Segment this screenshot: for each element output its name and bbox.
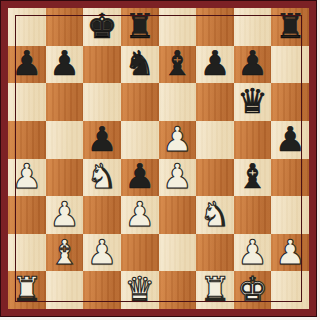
square-c4[interactable]: ♞	[83, 159, 121, 197]
square-h5[interactable]: ♟	[271, 121, 309, 159]
square-g6[interactable]: ♛	[234, 83, 272, 121]
black-pawn-f7[interactable]: ♟	[200, 46, 230, 80]
square-b2[interactable]: ♝	[46, 234, 84, 272]
white-pawn-g2[interactable]: ♟	[237, 235, 267, 269]
black-pawn-a7[interactable]: ♟	[12, 46, 42, 80]
white-pawn-b3[interactable]: ♟	[49, 197, 79, 231]
square-h1[interactable]	[271, 271, 309, 309]
square-b7[interactable]: ♟	[46, 46, 84, 84]
square-h4[interactable]	[271, 159, 309, 197]
square-c6[interactable]	[83, 83, 121, 121]
square-e4[interactable]: ♟	[159, 159, 197, 197]
square-d8[interactable]: ♜	[121, 8, 159, 46]
black-rook-h8[interactable]: ♜	[275, 9, 305, 43]
square-f2[interactable]	[196, 234, 234, 272]
square-f8[interactable]	[196, 8, 234, 46]
square-h6[interactable]	[271, 83, 309, 121]
square-f7[interactable]: ♟	[196, 46, 234, 84]
square-e7[interactable]: ♝	[159, 46, 197, 84]
square-d7[interactable]: ♞	[121, 46, 159, 84]
black-pawn-b7[interactable]: ♟	[49, 46, 79, 80]
black-bishop-g4[interactable]: ♝	[237, 159, 267, 193]
black-knight-d7[interactable]: ♞	[124, 46, 154, 80]
white-pawn-e5[interactable]: ♟	[162, 122, 192, 156]
board-frame: ♚♜♜♟♟♞♝♟♟♛♟♟♟♟♞♟♟♝♟♟♞♝♟♟♟♜♛♜♚	[0, 0, 317, 317]
square-a7[interactable]: ♟	[8, 46, 46, 84]
square-a6[interactable]	[8, 83, 46, 121]
square-c2[interactable]: ♟	[83, 234, 121, 272]
square-e5[interactable]: ♟	[159, 121, 197, 159]
square-c7[interactable]	[83, 46, 121, 84]
square-d1[interactable]: ♛	[121, 271, 159, 309]
black-pawn-g7[interactable]: ♟	[237, 46, 267, 80]
square-e1[interactable]	[159, 271, 197, 309]
square-h7[interactable]	[271, 46, 309, 84]
square-e2[interactable]	[159, 234, 197, 272]
square-f4[interactable]	[196, 159, 234, 197]
square-d2[interactable]	[121, 234, 159, 272]
square-c8[interactable]: ♚	[83, 8, 121, 46]
square-h2[interactable]: ♟	[271, 234, 309, 272]
white-pawn-e4[interactable]: ♟	[162, 159, 192, 193]
square-a8[interactable]	[8, 8, 46, 46]
square-f5[interactable]	[196, 121, 234, 159]
white-pawn-a4[interactable]: ♟	[12, 159, 42, 193]
square-f1[interactable]: ♜	[196, 271, 234, 309]
black-bishop-e7[interactable]: ♝	[162, 46, 192, 80]
square-b3[interactable]: ♟	[46, 196, 84, 234]
square-h8[interactable]: ♜	[271, 8, 309, 46]
square-b6[interactable]	[46, 83, 84, 121]
square-d4[interactable]: ♟	[121, 159, 159, 197]
black-pawn-d4[interactable]: ♟	[124, 159, 154, 193]
white-pawn-d3[interactable]: ♟	[124, 197, 154, 231]
square-d3[interactable]: ♟	[121, 196, 159, 234]
square-c5[interactable]: ♟	[83, 121, 121, 159]
square-b4[interactable]	[46, 159, 84, 197]
black-pawn-h5[interactable]: ♟	[275, 122, 305, 156]
white-pawn-h2[interactable]: ♟	[275, 235, 305, 269]
square-e6[interactable]	[159, 83, 197, 121]
black-queen-g6[interactable]: ♛	[237, 84, 267, 118]
white-bishop-b2[interactable]: ♝	[49, 235, 79, 269]
square-g2[interactable]: ♟	[234, 234, 272, 272]
square-d5[interactable]	[121, 121, 159, 159]
chess-board: ♚♜♜♟♟♞♝♟♟♛♟♟♟♟♞♟♟♝♟♟♞♝♟♟♟♜♛♜♚	[8, 8, 309, 309]
square-a1[interactable]: ♜	[8, 271, 46, 309]
square-e3[interactable]	[159, 196, 197, 234]
white-knight-c4[interactable]: ♞	[87, 159, 117, 193]
chess-diagram-page: ♚♜♜♟♟♞♝♟♟♛♟♟♟♟♞♟♟♝♟♟♞♝♟♟♟♜♛♜♚	[0, 0, 320, 320]
square-g1[interactable]: ♚	[234, 271, 272, 309]
white-pawn-c2[interactable]: ♟	[87, 235, 117, 269]
square-b1[interactable]	[46, 271, 84, 309]
square-g3[interactable]	[234, 196, 272, 234]
square-e8[interactable]	[159, 8, 197, 46]
white-knight-f3[interactable]: ♞	[200, 197, 230, 231]
square-b8[interactable]	[46, 8, 84, 46]
square-f3[interactable]: ♞	[196, 196, 234, 234]
square-f6[interactable]	[196, 83, 234, 121]
square-g4[interactable]: ♝	[234, 159, 272, 197]
white-queen-d1[interactable]: ♛	[124, 272, 154, 306]
square-g8[interactable]	[234, 8, 272, 46]
black-rook-d8[interactable]: ♜	[124, 9, 154, 43]
white-rook-a1[interactable]: ♜	[12, 272, 42, 306]
square-d6[interactable]	[121, 83, 159, 121]
square-g5[interactable]	[234, 121, 272, 159]
white-rook-f1[interactable]: ♜	[200, 272, 230, 306]
square-g7[interactable]: ♟	[234, 46, 272, 84]
black-king-c8[interactable]: ♚	[87, 9, 117, 43]
black-pawn-c5[interactable]: ♟	[87, 122, 117, 156]
square-c1[interactable]	[83, 271, 121, 309]
square-c3[interactable]	[83, 196, 121, 234]
square-a2[interactable]	[8, 234, 46, 272]
square-a3[interactable]	[8, 196, 46, 234]
square-b5[interactable]	[46, 121, 84, 159]
square-a4[interactable]: ♟	[8, 159, 46, 197]
white-king-g1[interactable]: ♚	[237, 272, 267, 306]
square-a5[interactable]	[8, 121, 46, 159]
square-h3[interactable]	[271, 196, 309, 234]
